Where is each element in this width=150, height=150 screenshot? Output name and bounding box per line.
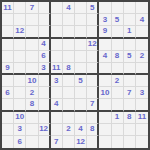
cell-r8c8[interactable] <box>87 87 99 99</box>
cell-r6c10[interactable] <box>112 63 124 75</box>
cell-r6c4[interactable]: 3 <box>39 63 51 75</box>
cell-r11c12[interactable] <box>136 124 148 136</box>
cell-r2c3[interactable] <box>26 14 38 26</box>
cell-r10c2[interactable]: 10 <box>14 112 26 124</box>
cell-r12c8[interactable] <box>87 136 99 148</box>
cell-r6c9[interactable] <box>99 63 111 75</box>
cell-r1c4[interactable] <box>39 2 51 14</box>
cell-r12c6[interactable] <box>63 136 75 148</box>
cell-r11c6[interactable]: 2 <box>63 124 75 136</box>
cell-r7c1[interactable] <box>2 75 14 87</box>
cell-r5c2[interactable] <box>14 51 26 63</box>
cell-r8c1[interactable]: 6 <box>2 87 14 99</box>
cell-r4c12[interactable] <box>136 39 148 51</box>
cell-r9c8[interactable]: 7 <box>87 99 99 111</box>
cell-r5c9[interactable]: 4 <box>99 51 111 63</box>
cell-r6c1[interactable]: 9 <box>2 63 14 75</box>
cell-r11c7[interactable]: 4 <box>75 124 87 136</box>
cell-r7c8[interactable] <box>87 75 99 87</box>
cell-r7c5[interactable]: 3 <box>51 75 63 87</box>
cell-r6c7[interactable] <box>75 63 87 75</box>
cell-r4c8[interactable]: 12 <box>87 39 99 51</box>
cell-r1c3[interactable]: 7 <box>26 2 38 14</box>
cell-r2c9[interactable]: 3 <box>99 14 111 26</box>
cell-r4c6[interactable] <box>63 39 75 51</box>
cell-r6c12[interactable] <box>136 63 148 75</box>
cell-r9c1[interactable] <box>2 99 14 111</box>
cell-r4c9[interactable] <box>99 39 111 51</box>
cell-r1c10[interactable] <box>112 2 124 14</box>
cell-r1c2[interactable] <box>14 2 26 14</box>
cell-r7c2[interactable] <box>14 75 26 87</box>
cell-r10c9[interactable] <box>99 112 111 124</box>
cell-r12c10[interactable] <box>112 136 124 148</box>
cell-r8c2[interactable] <box>14 87 26 99</box>
cell-r8c12[interactable]: 3 <box>136 87 148 99</box>
cell-r12c11[interactable] <box>124 136 136 148</box>
cell-r1c5[interactable] <box>51 2 63 14</box>
cell-r10c7[interactable] <box>75 112 87 124</box>
cell-r11c11[interactable] <box>124 124 136 136</box>
cell-r3c9[interactable]: 9 <box>99 26 111 38</box>
cell-r1c9[interactable] <box>99 2 111 14</box>
cell-r6c6[interactable]: 8 <box>63 63 75 75</box>
cell-r5c1[interactable] <box>2 51 14 63</box>
cell-r9c2[interactable] <box>14 99 26 111</box>
cell-r7c10[interactable]: 2 <box>112 75 124 87</box>
cell-r4c4[interactable]: 4 <box>39 39 51 51</box>
cell-r10c6[interactable] <box>63 112 75 124</box>
cell-r9c5[interactable]: 4 <box>51 99 63 111</box>
cell-r9c3[interactable]: 8 <box>26 99 38 111</box>
cell-r2c10[interactable]: 5 <box>112 14 124 26</box>
cell-r3c5[interactable] <box>51 26 63 38</box>
cell-r9c7[interactable] <box>75 99 87 111</box>
cell-r3c1[interactable] <box>2 26 14 38</box>
cell-r8c10[interactable] <box>112 87 124 99</box>
cell-r9c9[interactable] <box>99 99 111 111</box>
cell-r12c12[interactable] <box>136 136 148 148</box>
cell-r12c9[interactable] <box>99 136 111 148</box>
cell-r10c1[interactable] <box>2 112 14 124</box>
cell-r8c3[interactable]: 2 <box>26 87 38 99</box>
cell-r8c5[interactable] <box>51 87 63 99</box>
cell-r2c2[interactable] <box>14 14 26 26</box>
cell-r5c6[interactable] <box>63 51 75 63</box>
cell-r4c5[interactable] <box>51 39 63 51</box>
cell-r6c8[interactable] <box>87 63 99 75</box>
cell-r5c11[interactable]: 5 <box>124 51 136 63</box>
cell-r9c4[interactable] <box>39 99 51 111</box>
cell-r9c6[interactable] <box>63 99 75 111</box>
cell-r5c12[interactable]: 2 <box>136 51 148 63</box>
cell-r4c3[interactable] <box>26 39 38 51</box>
cell-r11c2[interactable]: 3 <box>14 124 26 136</box>
cell-r9c10[interactable] <box>112 99 124 111</box>
cell-r8c6[interactable] <box>63 87 75 99</box>
cell-r11c8[interactable]: 8 <box>87 124 99 136</box>
cell-r3c8[interactable] <box>87 26 99 38</box>
cell-r10c12[interactable]: 11 <box>136 112 148 124</box>
cell-r6c11[interactable] <box>124 63 136 75</box>
cell-r3c2[interactable]: 12 <box>14 26 26 38</box>
cell-r10c4[interactable] <box>39 112 51 124</box>
cell-r4c7[interactable] <box>75 39 87 51</box>
cell-r10c3[interactable] <box>26 112 38 124</box>
cell-r10c8[interactable] <box>87 112 99 124</box>
cell-r8c7[interactable] <box>75 87 87 99</box>
cell-r12c4[interactable] <box>39 136 51 148</box>
cell-r7c9[interactable] <box>99 75 111 87</box>
cell-r3c7[interactable] <box>75 26 87 38</box>
cell-r3c3[interactable] <box>26 26 38 38</box>
cell-r9c12[interactable] <box>136 99 148 111</box>
cell-r1c11[interactable] <box>124 2 136 14</box>
cell-r12c1[interactable] <box>2 136 14 148</box>
cell-r12c7[interactable]: 12 <box>75 136 87 148</box>
cell-r4c11[interactable] <box>124 39 136 51</box>
cell-r2c12[interactable]: 4 <box>136 14 148 26</box>
cell-r3c11[interactable]: 1 <box>124 26 136 38</box>
cell-r11c4[interactable]: 12 <box>39 124 51 136</box>
cell-r2c6[interactable] <box>63 14 75 26</box>
cell-r1c12[interactable] <box>136 2 148 14</box>
cell-r12c2[interactable]: 6 <box>14 136 26 148</box>
cell-r3c4[interactable] <box>39 26 51 38</box>
cell-r7c4[interactable] <box>39 75 51 87</box>
cell-r8c11[interactable]: 7 <box>124 87 136 99</box>
cell-r2c5[interactable] <box>51 14 63 26</box>
cell-r7c12[interactable] <box>136 75 148 87</box>
cell-r1c7[interactable] <box>75 2 87 14</box>
cell-r12c5[interactable]: 7 <box>51 136 63 148</box>
cell-r11c1[interactable] <box>2 124 14 136</box>
cell-r2c4[interactable] <box>39 14 51 26</box>
cell-r2c7[interactable] <box>75 14 87 26</box>
cell-r2c8[interactable] <box>87 14 99 26</box>
cell-r5c8[interactable] <box>87 51 99 63</box>
cell-r7c3[interactable]: 10 <box>26 75 38 87</box>
cell-r1c1[interactable]: 11 <box>2 2 14 14</box>
cell-r3c12[interactable] <box>136 26 148 38</box>
cell-r1c6[interactable]: 4 <box>63 2 75 14</box>
cell-r6c5[interactable]: 11 <box>51 63 63 75</box>
cell-r12c3[interactable] <box>26 136 38 148</box>
cell-r6c2[interactable] <box>14 63 26 75</box>
cell-r3c6[interactable] <box>63 26 75 38</box>
cell-r5c5[interactable] <box>51 51 63 63</box>
sudoku-board: 1174535412914126485293118103526210738471… <box>0 0 150 150</box>
cell-r8c4[interactable] <box>39 87 51 99</box>
cell-r4c10[interactable] <box>112 39 124 51</box>
cell-r2c11[interactable] <box>124 14 136 26</box>
cell-r7c7[interactable]: 5 <box>75 75 87 87</box>
cell-r5c7[interactable] <box>75 51 87 63</box>
cell-r3c10[interactable] <box>112 26 124 38</box>
cell-r4c2[interactable] <box>14 39 26 51</box>
cell-r6c3[interactable] <box>26 63 38 75</box>
cell-r11c10[interactable] <box>112 124 124 136</box>
cell-r4c1[interactable] <box>2 39 14 51</box>
cell-r8c9[interactable]: 10 <box>99 87 111 99</box>
cell-r7c6[interactable] <box>63 75 75 87</box>
cell-r1c8[interactable]: 5 <box>87 2 99 14</box>
cell-r2c1[interactable] <box>2 14 14 26</box>
cell-r5c10[interactable]: 8 <box>112 51 124 63</box>
cell-r5c3[interactable] <box>26 51 38 63</box>
cell-r11c5[interactable] <box>51 124 63 136</box>
cell-r5c4[interactable]: 6 <box>39 51 51 63</box>
cell-r10c5[interactable] <box>51 112 63 124</box>
cell-r9c11[interactable] <box>124 99 136 111</box>
cell-r10c11[interactable]: 8 <box>124 112 136 124</box>
cell-r10c10[interactable]: 1 <box>112 112 124 124</box>
cell-r7c11[interactable] <box>124 75 136 87</box>
cell-r11c3[interactable] <box>26 124 38 136</box>
cell-r11c9[interactable] <box>99 124 111 136</box>
